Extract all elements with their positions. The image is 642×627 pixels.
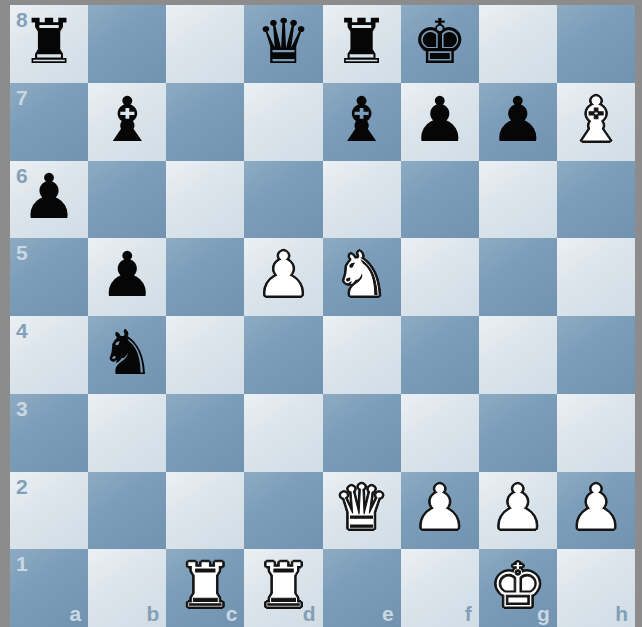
square-c6[interactable] <box>166 161 244 239</box>
square-a3[interactable]: 3 <box>10 394 88 472</box>
black-pawn-g7[interactable]: ♟ <box>479 83 557 161</box>
square-b2[interactable] <box>88 472 166 550</box>
rank-label-7: 7 <box>16 87 28 108</box>
square-e1[interactable]: e <box>323 549 401 627</box>
black-bishop-e7[interactable]: ♝ <box>323 83 401 161</box>
square-g2[interactable]: ♟ <box>479 472 557 550</box>
white-pawn-d5[interactable]: ♟ <box>244 238 322 316</box>
square-d7[interactable] <box>244 83 322 161</box>
square-f5[interactable] <box>401 238 479 316</box>
white-pawn-f2[interactable]: ♟ <box>401 472 479 550</box>
file-label-a: a <box>69 603 81 624</box>
square-g3[interactable] <box>479 394 557 472</box>
square-b7[interactable]: ♝ <box>88 83 166 161</box>
square-c1[interactable]: c♜ <box>166 549 244 627</box>
square-e4[interactable] <box>323 316 401 394</box>
square-b5[interactable]: ♟ <box>88 238 166 316</box>
square-c3[interactable] <box>166 394 244 472</box>
square-h2[interactable]: ♟ <box>557 472 635 550</box>
black-king-f8[interactable]: ♚ <box>401 5 479 83</box>
square-g6[interactable] <box>479 161 557 239</box>
square-d6[interactable] <box>244 161 322 239</box>
square-h3[interactable] <box>557 394 635 472</box>
rank-label-5: 5 <box>16 242 28 263</box>
square-c5[interactable] <box>166 238 244 316</box>
square-f3[interactable] <box>401 394 479 472</box>
square-b8[interactable] <box>88 5 166 83</box>
square-h1[interactable]: h <box>557 549 635 627</box>
square-g4[interactable] <box>479 316 557 394</box>
file-label-b: b <box>146 603 159 624</box>
square-f2[interactable]: ♟ <box>401 472 479 550</box>
black-pawn-a6[interactable]: ♟ <box>10 161 88 239</box>
black-bishop-b7[interactable]: ♝ <box>88 83 166 161</box>
square-f1[interactable]: f <box>401 549 479 627</box>
file-label-e: e <box>382 603 394 624</box>
square-a8[interactable]: 8♜ <box>10 5 88 83</box>
chess-board: 8♜♛♜♚7♝♝♟♟♝6♟5♟♟♞4♞32♛♟♟♟1abc♜d♜efg♚h <box>10 5 635 627</box>
square-f7[interactable]: ♟ <box>401 83 479 161</box>
file-label-h: h <box>615 603 628 624</box>
square-g1[interactable]: g♚ <box>479 549 557 627</box>
white-rook-d1[interactable]: ♜ <box>244 549 322 627</box>
square-b3[interactable] <box>88 394 166 472</box>
file-label-f: f <box>465 603 472 624</box>
square-a1[interactable]: 1a <box>10 549 88 627</box>
square-h7[interactable]: ♝ <box>557 83 635 161</box>
square-c7[interactable] <box>166 83 244 161</box>
square-b6[interactable] <box>88 161 166 239</box>
chess-app-window: 8♜♛♜♚7♝♝♟♟♝6♟5♟♟♞4♞32♛♟♟♟1abc♜d♜efg♚h <box>0 0 642 627</box>
square-f8[interactable]: ♚ <box>401 5 479 83</box>
white-knight-e5[interactable]: ♞ <box>323 238 401 316</box>
square-c2[interactable] <box>166 472 244 550</box>
square-d5[interactable]: ♟ <box>244 238 322 316</box>
square-d3[interactable] <box>244 394 322 472</box>
black-queen-d8[interactable]: ♛ <box>244 5 322 83</box>
square-a6[interactable]: 6♟ <box>10 161 88 239</box>
square-f4[interactable] <box>401 316 479 394</box>
square-h5[interactable] <box>557 238 635 316</box>
white-pawn-g2[interactable]: ♟ <box>479 472 557 550</box>
black-rook-e8[interactable]: ♜ <box>323 5 401 83</box>
square-c4[interactable] <box>166 316 244 394</box>
white-bishop-h7[interactable]: ♝ <box>557 83 635 161</box>
square-g7[interactable]: ♟ <box>479 83 557 161</box>
square-h4[interactable] <box>557 316 635 394</box>
square-d1[interactable]: d♜ <box>244 549 322 627</box>
white-queen-e2[interactable]: ♛ <box>323 472 401 550</box>
square-e8[interactable]: ♜ <box>323 5 401 83</box>
square-a4[interactable]: 4 <box>10 316 88 394</box>
square-e5[interactable]: ♞ <box>323 238 401 316</box>
square-e7[interactable]: ♝ <box>323 83 401 161</box>
square-g8[interactable] <box>479 5 557 83</box>
rank-label-1: 1 <box>16 553 28 574</box>
square-d4[interactable] <box>244 316 322 394</box>
black-rook-a8[interactable]: ♜ <box>10 5 88 83</box>
black-knight-b4[interactable]: ♞ <box>88 316 166 394</box>
square-e6[interactable] <box>323 161 401 239</box>
square-e3[interactable] <box>323 394 401 472</box>
square-e2[interactable]: ♛ <box>323 472 401 550</box>
square-b4[interactable]: ♞ <box>88 316 166 394</box>
square-a2[interactable]: 2 <box>10 472 88 550</box>
white-pawn-h2[interactable]: ♟ <box>557 472 635 550</box>
square-d2[interactable] <box>244 472 322 550</box>
square-h8[interactable] <box>557 5 635 83</box>
square-a5[interactable]: 5 <box>10 238 88 316</box>
rank-label-3: 3 <box>16 398 28 419</box>
white-king-g1[interactable]: ♚ <box>479 549 557 627</box>
square-c8[interactable] <box>166 5 244 83</box>
square-f6[interactable] <box>401 161 479 239</box>
rank-label-2: 2 <box>16 476 28 497</box>
square-g5[interactable] <box>479 238 557 316</box>
square-a7[interactable]: 7 <box>10 83 88 161</box>
rank-label-4: 4 <box>16 320 28 341</box>
square-b1[interactable]: b <box>88 549 166 627</box>
black-pawn-b5[interactable]: ♟ <box>88 238 166 316</box>
black-pawn-f7[interactable]: ♟ <box>401 83 479 161</box>
white-rook-c1[interactable]: ♜ <box>166 549 244 627</box>
square-h6[interactable] <box>557 161 635 239</box>
square-d8[interactable]: ♛ <box>244 5 322 83</box>
